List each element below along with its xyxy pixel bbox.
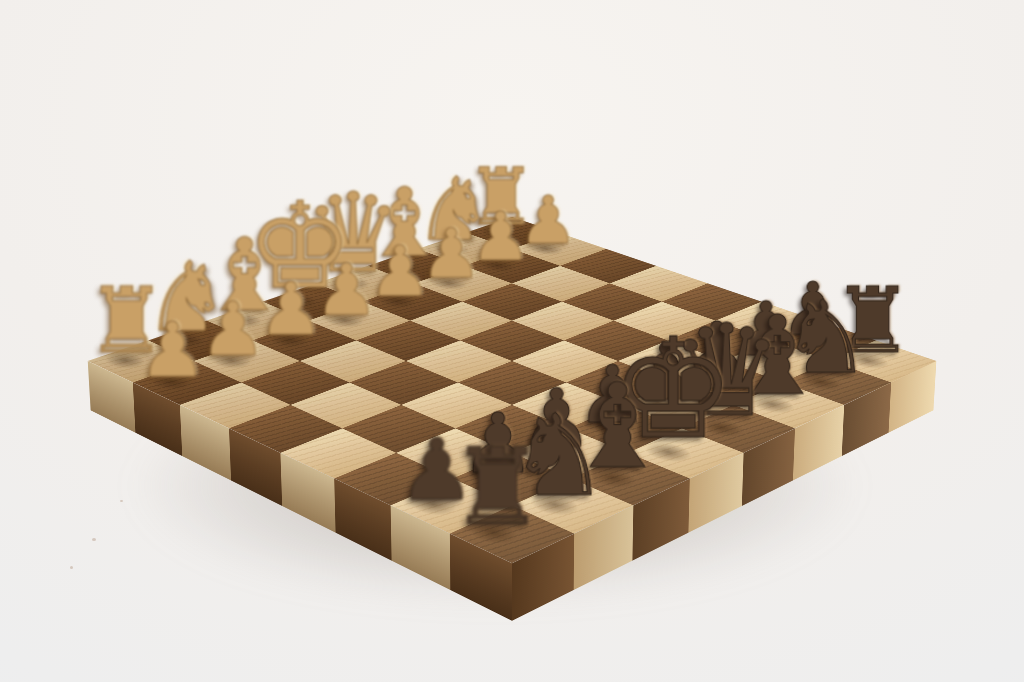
photo-stage: ♜♞♝♛♚♝♞♜♟♟♟♟♟♟♟♟♜♞♝♛♚♝♞♜♟♟♟♟♟♟♟♟ <box>0 0 1024 682</box>
rook-glyph: ♜ <box>382 434 612 540</box>
chess-board: ♜♞♝♛♚♝♞♜♟♟♟♟♟♟♟♟♜♞♝♛♚♝♞♜♟♟♟♟♟♟♟♟ <box>88 217 937 563</box>
pawn-glyph: ♟ <box>73 312 273 388</box>
scene-3d: ♜♞♝♛♚♝♞♜♟♟♟♟♟♟♟♟♜♞♝♛♚♝♞♜♟♟♟♟♟♟♟♟ <box>0 0 1024 682</box>
